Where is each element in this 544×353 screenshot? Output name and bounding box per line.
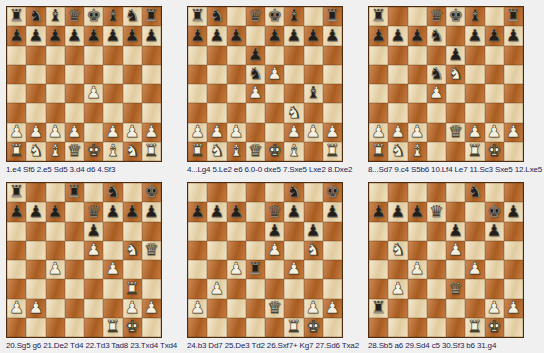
square-d2 [65, 299, 84, 318]
white-knight-piece: ♞ [286, 105, 301, 122]
square-f6 [284, 46, 303, 65]
square-g4 [485, 260, 504, 279]
square-e1 [265, 318, 284, 337]
square-f7: ♟ [284, 26, 303, 45]
square-c2 [227, 299, 246, 318]
white-pawn-piece: ♟ [267, 66, 282, 83]
white-pawn-piece: ♟ [144, 124, 159, 141]
white-pawn-piece: ♟ [371, 124, 386, 141]
white-knight-piece: ♞ [209, 143, 224, 160]
square-a6 [369, 222, 388, 241]
square-h5 [323, 65, 342, 84]
square-b2 [207, 299, 226, 318]
square-c1 [227, 318, 246, 337]
square-h5 [504, 65, 523, 84]
square-c5 [227, 65, 246, 84]
square-b8 [26, 183, 45, 202]
move-caption-6: 28.Sb5 a6 29.Sd4 c5 30.Sf3 b6 31.g4 [368, 341, 524, 350]
square-g7: ♟ [485, 26, 504, 45]
square-g1: ♚ [485, 318, 504, 337]
square-h5 [504, 241, 523, 260]
square-a4 [188, 84, 207, 103]
square-b5 [207, 241, 226, 260]
black-pawn-piece: ♟ [86, 223, 101, 240]
square-d8: ♛ [246, 7, 265, 26]
white-pawn-piece: ♟ [390, 124, 405, 141]
square-h1 [504, 318, 523, 337]
square-g3 [485, 279, 504, 298]
black-pawn-piece: ♟ [229, 28, 244, 45]
white-king-piece: ♚ [86, 143, 101, 160]
square-h2: ♟ [504, 299, 523, 318]
square-c6 [227, 222, 246, 241]
square-c6 [408, 46, 427, 65]
square-f8: ♝ [465, 7, 484, 26]
square-h7: ♟ [142, 202, 161, 221]
square-e4 [84, 260, 103, 279]
white-rook-piece: ♜ [9, 143, 24, 160]
black-pawn-piece: ♟ [306, 28, 321, 45]
square-g6 [123, 222, 142, 241]
square-b6 [207, 46, 226, 65]
square-e8 [265, 183, 284, 202]
square-f8: ♞ [465, 183, 484, 202]
square-h1 [504, 142, 523, 161]
black-pawn-piece: ♟ [9, 28, 24, 45]
square-a8: ♜ [7, 7, 26, 26]
square-b5: ♞ [388, 241, 407, 260]
square-g6: ♟ [485, 222, 504, 241]
black-pawn-piece: ♟ [209, 28, 224, 45]
diagram-panel-3: ♜♛♚♝♜♟♟♟♞♟♟♟♟♞♞♟♟♟♟♛♟♟♟♜♞♝♜♚ 8...Sd7 9.c… [368, 6, 524, 174]
square-e4 [265, 84, 284, 103]
square-d4 [65, 260, 84, 279]
white-pawn-piece: ♟ [325, 124, 340, 141]
white-rook-piece: ♜ [467, 143, 482, 160]
square-h8 [504, 183, 523, 202]
square-a7: ♟ [369, 26, 388, 45]
square-e3 [84, 279, 103, 298]
square-a3 [7, 279, 26, 298]
square-f2 [284, 299, 303, 318]
square-f2: ♟ [103, 123, 122, 142]
black-pawn-piece: ♟ [286, 204, 301, 221]
square-c4: ♟ [46, 260, 65, 279]
square-d6 [246, 222, 265, 241]
square-d5 [246, 241, 265, 260]
square-e6: ♟ [265, 222, 284, 241]
white-pawn-piece: ♟ [248, 85, 263, 102]
square-e8 [446, 183, 465, 202]
black-knight-piece: ♞ [125, 8, 140, 25]
white-pawn-piece: ♟ [467, 261, 482, 278]
square-h1: ♜ [142, 142, 161, 161]
square-h6 [323, 222, 342, 241]
black-king-piece: ♚ [86, 8, 101, 25]
square-a8: ♜ [369, 7, 388, 26]
black-pawn-piece: ♟ [371, 204, 386, 221]
square-b2 [388, 299, 407, 318]
white-pawn-piece: ♟ [28, 124, 43, 141]
square-d5 [65, 241, 84, 260]
square-h6 [323, 46, 342, 65]
square-d5: ♞ [246, 65, 265, 84]
diagram-panel-6: ♞♟♟♟♛♚♟♟♟♞♟♟♟♟♛♜♟♟♜♚ 28.Sb5 a6 29.Sd4 c5… [368, 182, 524, 350]
white-pawn-piece: ♟ [325, 300, 340, 317]
square-g1: ♚ [304, 318, 323, 337]
white-bishop-piece: ♝ [286, 143, 301, 160]
square-g5 [304, 65, 323, 84]
square-c3 [46, 279, 65, 298]
black-pawn-piece: ♟ [410, 28, 425, 45]
square-g4: ♝ [304, 84, 323, 103]
square-b8 [388, 183, 407, 202]
black-pawn-piece: ♟ [144, 28, 159, 45]
square-h7: ♟ [142, 26, 161, 45]
black-knight-piece: ♞ [28, 8, 43, 25]
square-b1 [26, 318, 45, 337]
square-b6 [26, 222, 45, 241]
square-f2 [465, 299, 484, 318]
square-f3 [284, 279, 303, 298]
square-h8: ♜ [323, 7, 342, 26]
black-pawn-piece: ♟ [390, 204, 405, 221]
square-c4 [227, 84, 246, 103]
black-pawn-piece: ♟ [144, 204, 159, 221]
square-g1: ♚ [485, 142, 504, 161]
white-knight-piece: ♞ [28, 143, 43, 160]
square-e7: ♛ [84, 202, 103, 221]
white-pawn-piece: ♟ [48, 124, 63, 141]
white-king-piece: ♚ [306, 319, 321, 336]
square-c5 [227, 241, 246, 260]
white-pawn-piece: ♟ [229, 261, 244, 278]
square-e6: ♟ [84, 222, 103, 241]
square-c3 [227, 279, 246, 298]
white-pawn-piece: ♟ [67, 124, 82, 141]
square-c1: ♝ [408, 142, 427, 161]
square-d3 [65, 103, 84, 122]
square-e8 [84, 183, 103, 202]
square-f6 [465, 46, 484, 65]
white-knight-piece: ♞ [448, 66, 463, 83]
square-b8: ♞ [207, 7, 226, 26]
chess-board-1: ♜♞♝♛♚♝♞♜♟♟♟♟♟♟♟♟♟♟♟♟♟♟♟♟♜♞♝♛♚♝♞♜ [6, 6, 162, 162]
square-b2: ♟ [388, 123, 407, 142]
square-d4 [65, 84, 84, 103]
white-pawn-piece: ♟ [28, 300, 43, 317]
square-g7: ♟ [304, 26, 323, 45]
square-g2: ♟ [304, 299, 323, 318]
square-d1 [427, 142, 446, 161]
square-f6 [103, 46, 122, 65]
black-pawn-piece: ♟ [105, 204, 120, 221]
square-h2: ♟ [504, 123, 523, 142]
square-b7: ♟ [207, 202, 226, 221]
square-g7: ♟ [123, 202, 142, 221]
move-caption-2: 4...Lg4 5.Le2 e6 6.0-0 dxe5 7.Sxe5 Lxe2 … [187, 165, 343, 174]
black-rook-piece: ♜ [144, 8, 159, 25]
square-a1: ♜ [188, 142, 207, 161]
white-pawn-piece: ♟ [190, 300, 205, 317]
square-a1: ♜ [369, 142, 388, 161]
black-king-piece: ♚ [144, 184, 159, 201]
square-d5: ♞ [427, 65, 446, 84]
square-a7: ♟ [7, 26, 26, 45]
square-g3 [123, 103, 142, 122]
white-rook-piece: ♜ [286, 319, 301, 336]
square-c6 [46, 222, 65, 241]
square-f5 [284, 65, 303, 84]
white-pawn-piece: ♟ [105, 261, 120, 278]
square-a6 [7, 46, 26, 65]
square-b3: ♟ [207, 279, 226, 298]
black-pawn-piece: ♟ [487, 223, 502, 240]
square-f4 [103, 84, 122, 103]
white-knight-piece: ♞ [390, 242, 405, 259]
square-g8 [485, 183, 504, 202]
square-h7: ♟ [504, 26, 523, 45]
square-a2: ♜ [369, 299, 388, 318]
black-queen-piece: ♛ [267, 204, 282, 221]
black-pawn-piece: ♟ [248, 47, 263, 64]
square-d3 [427, 279, 446, 298]
square-g8 [123, 183, 142, 202]
black-knight-piece: ♞ [105, 184, 120, 201]
black-pawn-piece: ♟ [448, 47, 463, 64]
square-g2: ♟ [485, 299, 504, 318]
black-pawn-piece: ♟ [286, 28, 301, 45]
black-pawn-piece: ♟ [28, 28, 43, 45]
square-f1: ♝ [103, 142, 122, 161]
square-g3 [304, 103, 323, 122]
square-a8 [369, 183, 388, 202]
white-pawn-piece: ♟ [9, 124, 24, 141]
square-d2 [427, 123, 446, 142]
black-pawn-piece: ♟ [410, 204, 425, 221]
white-pawn-piece: ♟ [487, 124, 502, 141]
black-rook-piece: ♜ [325, 8, 340, 25]
move-caption-4: 20.Sg5 g6 21.De2 Td4 22.Td3 Tad8 23.Txd4… [6, 341, 162, 350]
chess-board-4: ♜♜♞♚♟♟♟♛♟♟♟♟♟♞♛♟♟♜♟♟♟♟♜♚ [6, 182, 162, 338]
black-pawn-piece: ♟ [209, 204, 224, 221]
square-b7: ♟ [26, 26, 45, 45]
square-e6 [84, 46, 103, 65]
square-a3 [188, 279, 207, 298]
square-e8: ♚ [84, 7, 103, 26]
square-e8: ♚ [446, 7, 465, 26]
square-c4 [46, 84, 65, 103]
square-b3 [26, 103, 45, 122]
diagram-page: ♜♞♝♛♚♝♞♜♟♟♟♟♟♟♟♟♟♟♟♟♟♟♟♟♜♞♝♛♚♝♞♜ 1.e4 Sf… [0, 0, 544, 353]
white-pawn-piece: ♟ [144, 300, 159, 317]
square-c2 [408, 299, 427, 318]
square-d7 [246, 26, 265, 45]
square-b4 [26, 84, 45, 103]
square-g3: ♜ [123, 279, 142, 298]
square-a8: ♜ [7, 183, 26, 202]
black-pawn-piece: ♟ [67, 28, 82, 45]
square-g3 [304, 279, 323, 298]
square-e3: ♛ [446, 279, 465, 298]
square-a5 [188, 241, 207, 260]
white-pawn-piece: ♟ [306, 124, 321, 141]
square-g8 [304, 7, 323, 26]
square-d1 [246, 318, 265, 337]
square-c8 [408, 183, 427, 202]
square-b7: ♟ [26, 202, 45, 221]
diagram-panel-5: ♞♚♟♟♟♛♟♟♟♟♟♞♟♜♟♟♟♛♟♟♜♚ 24.b3 Dd7 25.De3 … [187, 182, 343, 350]
square-a4 [7, 84, 26, 103]
black-pawn-piece: ♟ [487, 28, 502, 45]
square-d8: ♜ [65, 183, 84, 202]
square-g1 [304, 142, 323, 161]
square-b1: ♞ [388, 142, 407, 161]
white-pawn-piece: ♟ [467, 124, 482, 141]
square-d1: ♛ [65, 142, 84, 161]
square-g7: ♚ [485, 202, 504, 221]
black-pawn-piece: ♟ [86, 28, 101, 45]
square-f2: ♟ [465, 123, 484, 142]
square-e6: ♟ [446, 46, 465, 65]
square-b3: ♟ [388, 279, 407, 298]
square-c6 [408, 222, 427, 241]
square-d2 [246, 299, 265, 318]
square-g6: ♟ [304, 222, 323, 241]
square-f2: ♟ [284, 123, 303, 142]
square-e2 [265, 123, 284, 142]
square-g1: ♞ [123, 142, 142, 161]
square-b6 [207, 222, 226, 241]
square-b1: ♞ [26, 142, 45, 161]
black-king-piece: ♚ [448, 8, 463, 25]
black-knight-piece: ♞ [248, 66, 263, 83]
white-pawn-piece: ♟ [229, 124, 244, 141]
square-c8: ♝ [46, 7, 65, 26]
move-caption-3: 8...Sd7 9.c4 S5b6 10.Lf4 Le7 11.Sc3 Sxe5… [368, 165, 524, 174]
white-pawn-piece: ♟ [125, 124, 140, 141]
chess-board-3: ♜♛♚♝♜♟♟♟♞♟♟♟♟♞♞♟♟♟♟♛♟♟♟♜♞♝♜♚ [368, 6, 524, 162]
square-c5 [408, 241, 427, 260]
square-e1 [446, 318, 465, 337]
black-pawn-piece: ♟ [48, 204, 63, 221]
square-h7: ♟ [323, 26, 342, 45]
square-a4 [7, 260, 26, 279]
black-bishop-piece: ♝ [467, 8, 482, 25]
square-a3 [188, 103, 207, 122]
black-queen-piece: ♛ [67, 8, 82, 25]
black-pawn-piece: ♟ [105, 28, 120, 45]
square-f3 [103, 103, 122, 122]
square-a5 [7, 241, 26, 260]
square-h6 [504, 222, 523, 241]
square-c7: ♟ [227, 202, 246, 221]
white-rook-piece: ♜ [105, 319, 120, 336]
square-h4 [504, 84, 523, 103]
square-e3 [446, 103, 465, 122]
black-pawn-piece: ♟ [48, 28, 63, 45]
square-c8 [46, 183, 65, 202]
white-pawn-piece: ♟ [506, 124, 521, 141]
square-b7: ♟ [388, 26, 407, 45]
square-c2: ♟ [46, 123, 65, 142]
black-king-piece: ♚ [487, 204, 502, 221]
square-h3 [142, 103, 161, 122]
white-pawn-piece: ♟ [286, 261, 301, 278]
square-h6 [504, 46, 523, 65]
square-g5 [485, 241, 504, 260]
black-rook-piece: ♜ [190, 8, 205, 25]
square-a2: ♟ [188, 123, 207, 142]
square-d7 [246, 202, 265, 221]
square-a6 [188, 222, 207, 241]
square-c3 [408, 279, 427, 298]
square-e4 [265, 260, 284, 279]
white-bishop-piece: ♝ [410, 143, 425, 160]
square-g5: ♞ [304, 241, 323, 260]
square-h8: ♜ [142, 7, 161, 26]
white-queen-piece: ♛ [448, 281, 463, 298]
square-a7: ♟ [188, 202, 207, 221]
black-rook-piece: ♜ [67, 184, 82, 201]
square-a6 [369, 46, 388, 65]
white-pawn-piece: ♟ [9, 300, 24, 317]
square-a1 [7, 318, 26, 337]
square-f6 [465, 222, 484, 241]
square-b1 [388, 318, 407, 337]
square-c4: ♟ [408, 260, 427, 279]
square-h1 [323, 318, 342, 337]
white-pawn-piece: ♟ [429, 85, 444, 102]
black-queen-piece: ♛ [429, 204, 444, 221]
square-d3 [427, 103, 446, 122]
black-bishop-piece: ♝ [286, 8, 301, 25]
square-g4 [123, 260, 142, 279]
square-g3 [485, 103, 504, 122]
square-b6 [388, 222, 407, 241]
square-f5 [284, 241, 303, 260]
chess-board-2: ♜♞♛♚♝♜♟♟♟♟♟♟♟♟♞♟♟♝♞♟♟♟♟♟♟♜♞♝♛♚♝♜ [187, 6, 343, 162]
square-h5 [323, 241, 342, 260]
square-f5 [465, 65, 484, 84]
square-f4: ♟ [103, 260, 122, 279]
square-e1 [84, 318, 103, 337]
square-a7: ♟ [369, 202, 388, 221]
square-g2: ♟ [123, 123, 142, 142]
square-f7 [465, 202, 484, 221]
square-b8 [388, 7, 407, 26]
black-pawn-piece: ♟ [267, 223, 282, 240]
black-bishop-piece: ♝ [105, 8, 120, 25]
black-pawn-piece: ♟ [125, 28, 140, 45]
square-g8 [304, 183, 323, 202]
black-queen-piece: ♛ [248, 8, 263, 25]
square-b5 [26, 65, 45, 84]
square-c1 [46, 318, 65, 337]
square-g8 [485, 7, 504, 26]
square-c2: ♟ [408, 123, 427, 142]
square-a2: ♟ [369, 123, 388, 142]
black-rook-piece: ♜ [506, 8, 521, 25]
square-e1: ♚ [84, 142, 103, 161]
square-e7 [446, 202, 465, 221]
square-c1: ♝ [227, 142, 246, 161]
square-g1: ♚ [123, 318, 142, 337]
square-h5: ♛ [142, 241, 161, 260]
white-pawn-piece: ♟ [209, 281, 224, 298]
square-e5: ♟ [84, 241, 103, 260]
square-b1: ♞ [207, 142, 226, 161]
